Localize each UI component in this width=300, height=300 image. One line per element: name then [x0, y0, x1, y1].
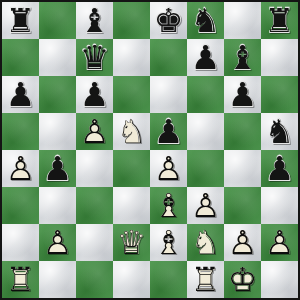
piece-white-pawn: ♟♙ — [224, 224, 261, 261]
square-f1[interactable]: ♜♖ — [187, 261, 224, 298]
square-d2[interactable]: ♛♕ — [113, 224, 150, 261]
square-e1[interactable] — [150, 261, 187, 298]
square-b7[interactable] — [39, 39, 76, 76]
piece-white-bishop: ♝♗ — [150, 187, 187, 224]
piece-black-bishop: ♝♝ — [224, 39, 261, 76]
square-c1[interactable] — [76, 261, 113, 298]
square-f6[interactable] — [187, 76, 224, 113]
square-a5[interactable] — [2, 113, 39, 150]
square-c8[interactable]: ♝♝ — [76, 2, 113, 39]
square-g6[interactable]: ♟♟ — [224, 76, 261, 113]
square-c3[interactable] — [76, 187, 113, 224]
piece-black-pawn: ♟♟ — [187, 39, 224, 76]
square-a3[interactable] — [2, 187, 39, 224]
square-g3[interactable] — [224, 187, 261, 224]
piece-black-pawn: ♟♟ — [76, 76, 113, 113]
square-b3[interactable] — [39, 187, 76, 224]
piece-white-pawn: ♟♙ — [76, 113, 113, 150]
square-c6[interactable]: ♟♟ — [76, 76, 113, 113]
square-d6[interactable] — [113, 76, 150, 113]
piece-white-knight: ♞♘ — [113, 113, 150, 150]
piece-white-pawn: ♟♙ — [150, 150, 187, 187]
square-g5[interactable] — [224, 113, 261, 150]
square-d4[interactable] — [113, 150, 150, 187]
square-f2[interactable]: ♞♘ — [187, 224, 224, 261]
square-e8[interactable]: ♚♚ — [150, 2, 187, 39]
piece-black-pawn: ♟♟ — [261, 150, 298, 187]
square-h3[interactable] — [261, 187, 298, 224]
square-d1[interactable] — [113, 261, 150, 298]
square-a4[interactable]: ♟♙ — [2, 150, 39, 187]
piece-white-king: ♚♔ — [224, 261, 261, 298]
square-f8[interactable]: ♞♞ — [187, 2, 224, 39]
square-b8[interactable] — [39, 2, 76, 39]
piece-black-knight: ♞♞ — [261, 113, 298, 150]
square-c7[interactable]: ♛♛ — [76, 39, 113, 76]
square-d7[interactable] — [113, 39, 150, 76]
piece-black-pawn: ♟♟ — [2, 76, 39, 113]
square-e6[interactable] — [150, 76, 187, 113]
square-f4[interactable] — [187, 150, 224, 187]
piece-white-pawn: ♟♙ — [187, 187, 224, 224]
piece-black-knight: ♞♞ — [187, 2, 224, 39]
square-f3[interactable]: ♟♙ — [187, 187, 224, 224]
square-c4[interactable] — [76, 150, 113, 187]
square-a6[interactable]: ♟♟ — [2, 76, 39, 113]
square-a8[interactable]: ♜♜ — [2, 2, 39, 39]
square-e3[interactable]: ♝♗ — [150, 187, 187, 224]
square-h6[interactable] — [261, 76, 298, 113]
square-g7[interactable]: ♝♝ — [224, 39, 261, 76]
square-e5[interactable]: ♟♟ — [150, 113, 187, 150]
square-e2[interactable]: ♝♗ — [150, 224, 187, 261]
piece-black-rook: ♜♜ — [261, 2, 298, 39]
square-h8[interactable]: ♜♜ — [261, 2, 298, 39]
piece-white-pawn: ♟♙ — [2, 150, 39, 187]
square-h5[interactable]: ♞♞ — [261, 113, 298, 150]
square-d5[interactable]: ♞♘ — [113, 113, 150, 150]
square-f7[interactable]: ♟♟ — [187, 39, 224, 76]
square-b2[interactable]: ♟♙ — [39, 224, 76, 261]
piece-black-pawn: ♟♟ — [150, 113, 187, 150]
square-g1[interactable]: ♚♔ — [224, 261, 261, 298]
chess-board: ♜♜♝♝♚♚♞♞♜♜♛♛♟♟♝♝♟♟♟♟♟♟♟♙♞♘♟♟♞♞♟♙♟♟♟♙♟♟♝♗… — [0, 0, 300, 300]
piece-white-pawn: ♟♙ — [261, 224, 298, 261]
square-e4[interactable]: ♟♙ — [150, 150, 187, 187]
square-g8[interactable] — [224, 2, 261, 39]
piece-black-queen: ♛♛ — [76, 39, 113, 76]
square-c2[interactable] — [76, 224, 113, 261]
square-b4[interactable]: ♟♟ — [39, 150, 76, 187]
piece-white-rook: ♜♖ — [2, 261, 39, 298]
square-g2[interactable]: ♟♙ — [224, 224, 261, 261]
square-a7[interactable] — [2, 39, 39, 76]
piece-black-pawn: ♟♟ — [224, 76, 261, 113]
square-f5[interactable] — [187, 113, 224, 150]
square-h7[interactable] — [261, 39, 298, 76]
piece-black-pawn: ♟♟ — [39, 150, 76, 187]
piece-white-rook: ♜♖ — [187, 261, 224, 298]
square-c5[interactable]: ♟♙ — [76, 113, 113, 150]
square-h2[interactable]: ♟♙ — [261, 224, 298, 261]
square-d8[interactable] — [113, 2, 150, 39]
square-b6[interactable] — [39, 76, 76, 113]
piece-black-rook: ♜♜ — [2, 2, 39, 39]
piece-black-bishop: ♝♝ — [76, 2, 113, 39]
square-g4[interactable] — [224, 150, 261, 187]
square-d3[interactable] — [113, 187, 150, 224]
square-h1[interactable] — [261, 261, 298, 298]
square-e7[interactable] — [150, 39, 187, 76]
square-b5[interactable] — [39, 113, 76, 150]
piece-white-queen: ♛♕ — [113, 224, 150, 261]
square-a1[interactable]: ♜♖ — [2, 261, 39, 298]
square-h4[interactable]: ♟♟ — [261, 150, 298, 187]
piece-black-king: ♚♚ — [150, 2, 187, 39]
square-b1[interactable] — [39, 261, 76, 298]
piece-white-pawn: ♟♙ — [39, 224, 76, 261]
piece-white-knight: ♞♘ — [187, 224, 224, 261]
square-a2[interactable] — [2, 224, 39, 261]
piece-white-bishop: ♝♗ — [150, 224, 187, 261]
